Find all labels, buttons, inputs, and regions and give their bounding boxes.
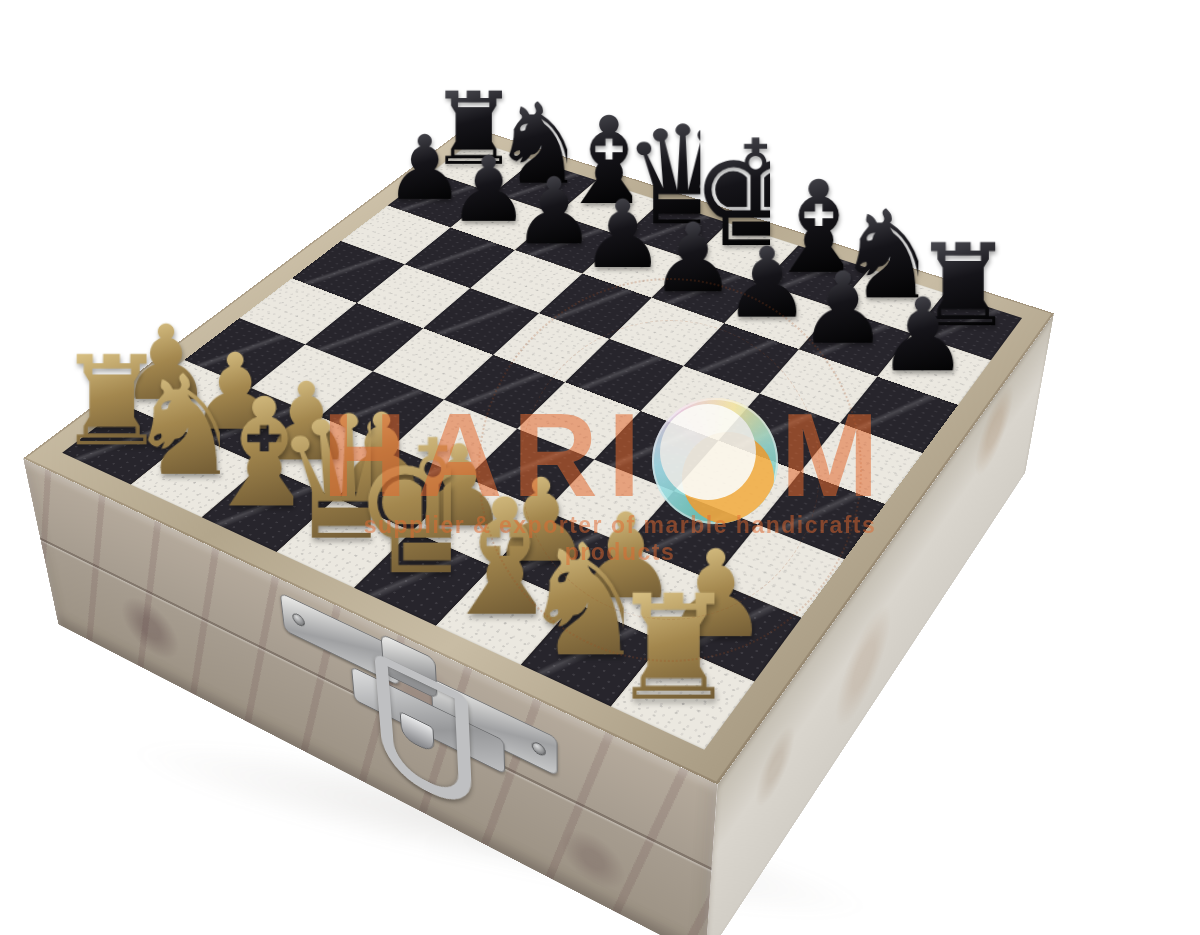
white-knight-g1[interactable]: ♞ [518, 524, 623, 679]
screw-icon [292, 611, 306, 628]
board-top-face: ♜♞♝♛♚♝♞♜♟♟♟♟♟♟♟♟♟♟♟♟♟♟♟♟♜♞♝♛♚♝♞♜ [23, 126, 1054, 785]
black-pawn-h7[interactable]: ♟ [877, 285, 964, 387]
square-h1[interactable]: ♜ [610, 641, 754, 750]
black-pawn-d7[interactable]: ♟ [580, 188, 661, 282]
screw-icon [532, 740, 546, 758]
black-pawn-f7[interactable]: ♟ [723, 234, 807, 332]
black-pawn-g7[interactable]: ♟ [798, 259, 883, 359]
product-photo-scene: ♜♞♝♛♚♝♞♜♟♟♟♟♟♟♟♟♟♟♟♟♟♟♟♟♜♞♝♛♚♝♞♜ [0, 0, 1200, 935]
stone-chess-box: ♜♞♝♛♚♝♞♜♟♟♟♟♟♟♟♟♟♟♟♟♟♟♟♟♜♞♝♛♚♝♞♜ [58, 274, 1025, 935]
white-rook-h1[interactable]: ♜ [608, 575, 716, 720]
black-pawn-e7[interactable]: ♟ [650, 211, 732, 307]
